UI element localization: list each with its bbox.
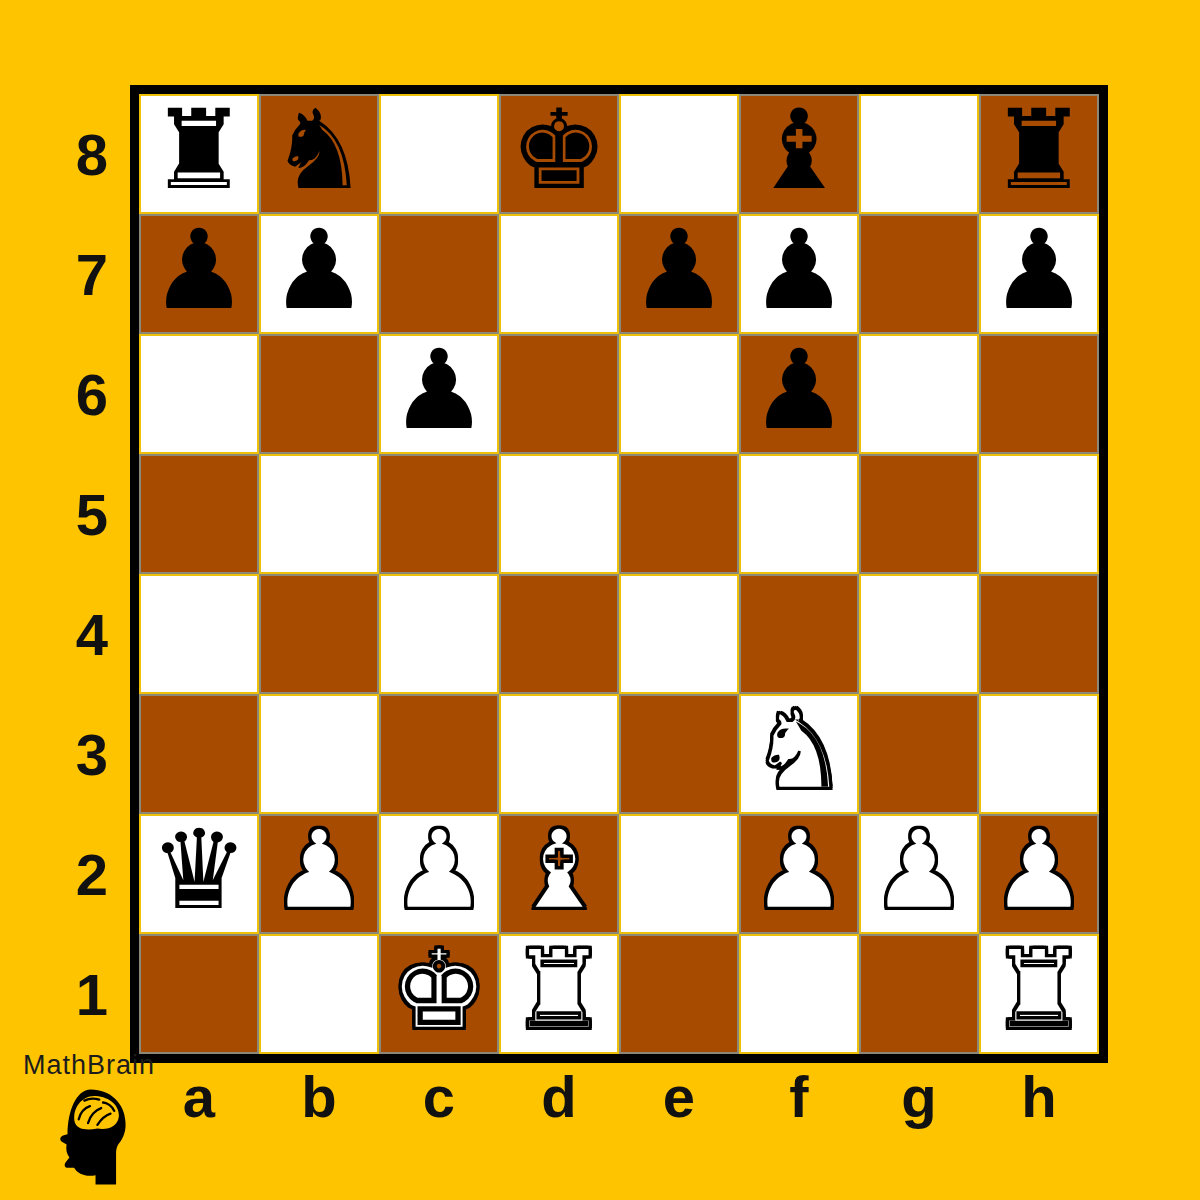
square-a5 bbox=[139, 454, 259, 574]
square-a8: ♜ bbox=[139, 94, 259, 214]
square-d5 bbox=[499, 454, 619, 574]
square-d7 bbox=[499, 214, 619, 334]
file-label-h: h bbox=[979, 1066, 1099, 1126]
square-a1 bbox=[139, 934, 259, 1054]
piece-black-pawn-h7: ♟ bbox=[990, 215, 1089, 325]
file-labels: abcdefgh bbox=[139, 1066, 1099, 1126]
square-g6 bbox=[859, 334, 979, 454]
square-d6 bbox=[499, 334, 619, 454]
square-b3 bbox=[259, 694, 379, 814]
file-label-b: b bbox=[259, 1066, 379, 1126]
square-h4 bbox=[979, 574, 1099, 694]
rank-label-6: 6 bbox=[62, 334, 122, 454]
rank-label-7: 7 bbox=[62, 214, 122, 334]
square-g1 bbox=[859, 934, 979, 1054]
rank-label-1: 1 bbox=[62, 934, 122, 1054]
piece-black-pawn-b7: ♟ bbox=[270, 215, 369, 325]
piece-black-queen-a2: ♛ bbox=[150, 815, 249, 925]
square-c5 bbox=[379, 454, 499, 574]
piece-black-knight-b8: ♞ bbox=[270, 95, 369, 205]
file-label-f: f bbox=[739, 1066, 859, 1126]
square-h1: ♜ bbox=[979, 934, 1099, 1054]
rank-label-5: 5 bbox=[62, 454, 122, 574]
square-b8: ♞ bbox=[259, 94, 379, 214]
piece-white-king-c1: ♚ bbox=[390, 935, 489, 1045]
square-e8 bbox=[619, 94, 739, 214]
square-f3: ♞ bbox=[739, 694, 859, 814]
square-f8: ♝ bbox=[739, 94, 859, 214]
square-f2: ♟ bbox=[739, 814, 859, 934]
file-label-g: g bbox=[859, 1066, 979, 1126]
piece-white-rook-d1: ♜ bbox=[510, 935, 609, 1045]
piece-black-pawn-e7: ♟ bbox=[630, 215, 729, 325]
square-c3 bbox=[379, 694, 499, 814]
square-f1 bbox=[739, 934, 859, 1054]
square-b4 bbox=[259, 574, 379, 694]
piece-black-pawn-a7: ♟ bbox=[150, 215, 249, 325]
square-h6 bbox=[979, 334, 1099, 454]
piece-black-pawn-c6: ♟ bbox=[390, 335, 489, 445]
piece-white-pawn-f2: ♟ bbox=[750, 815, 849, 925]
rank-labels: 87654321 bbox=[62, 94, 122, 1054]
mathbrain-logo-text: MathBrain bbox=[14, 1050, 164, 1081]
rank-label-8: 8 bbox=[62, 94, 122, 214]
square-g2: ♟ bbox=[859, 814, 979, 934]
square-e3 bbox=[619, 694, 739, 814]
square-d1: ♜ bbox=[499, 934, 619, 1054]
square-c4 bbox=[379, 574, 499, 694]
piece-black-king-d8: ♚ bbox=[510, 95, 609, 205]
file-label-d: d bbox=[499, 1066, 619, 1126]
square-f6: ♟ bbox=[739, 334, 859, 454]
piece-black-rook-h8: ♜ bbox=[990, 95, 1089, 205]
rank-label-3: 3 bbox=[62, 694, 122, 814]
square-e5 bbox=[619, 454, 739, 574]
piece-black-rook-a8: ♜ bbox=[150, 95, 249, 205]
square-g4 bbox=[859, 574, 979, 694]
square-h5 bbox=[979, 454, 1099, 574]
piece-white-pawn-h2: ♟ bbox=[990, 815, 1089, 925]
board-grid: ♜♞♚♝♜♟♟♟♟♟♟♟♞♛♟♟♝♟♟♟♚♜♜ bbox=[139, 94, 1099, 1054]
piece-white-knight-f3: ♞ bbox=[750, 695, 849, 805]
rank-label-4: 4 bbox=[62, 574, 122, 694]
mathbrain-head-icon bbox=[47, 1085, 131, 1189]
square-b7: ♟ bbox=[259, 214, 379, 334]
square-d8: ♚ bbox=[499, 94, 619, 214]
square-e4 bbox=[619, 574, 739, 694]
square-b1 bbox=[259, 934, 379, 1054]
square-a6 bbox=[139, 334, 259, 454]
piece-black-pawn-f7: ♟ bbox=[750, 215, 849, 325]
piece-white-rook-h1: ♜ bbox=[990, 935, 1089, 1045]
square-a2: ♛ bbox=[139, 814, 259, 934]
square-h2: ♟ bbox=[979, 814, 1099, 934]
square-c8 bbox=[379, 94, 499, 214]
square-d4 bbox=[499, 574, 619, 694]
square-g7 bbox=[859, 214, 979, 334]
piece-white-pawn-g2: ♟ bbox=[870, 815, 969, 925]
square-f7: ♟ bbox=[739, 214, 859, 334]
file-label-e: e bbox=[619, 1066, 739, 1126]
square-f4 bbox=[739, 574, 859, 694]
square-c6: ♟ bbox=[379, 334, 499, 454]
square-c1: ♚ bbox=[379, 934, 499, 1054]
square-c2: ♟ bbox=[379, 814, 499, 934]
file-label-c: c bbox=[379, 1066, 499, 1126]
square-a3 bbox=[139, 694, 259, 814]
square-g8 bbox=[859, 94, 979, 214]
piece-black-bishop-f8: ♝ bbox=[750, 95, 849, 205]
piece-white-pawn-b2: ♟ bbox=[270, 815, 369, 925]
square-h8: ♜ bbox=[979, 94, 1099, 214]
square-g5 bbox=[859, 454, 979, 574]
square-b2: ♟ bbox=[259, 814, 379, 934]
square-d3 bbox=[499, 694, 619, 814]
square-f5 bbox=[739, 454, 859, 574]
square-b5 bbox=[259, 454, 379, 574]
square-e1 bbox=[619, 934, 739, 1054]
piece-white-bishop-d2: ♝ bbox=[510, 815, 609, 925]
square-g3 bbox=[859, 694, 979, 814]
square-h3 bbox=[979, 694, 1099, 814]
square-e6 bbox=[619, 334, 739, 454]
square-a4 bbox=[139, 574, 259, 694]
square-e7: ♟ bbox=[619, 214, 739, 334]
square-c7 bbox=[379, 214, 499, 334]
mathbrain-logo: MathBrain bbox=[14, 1050, 164, 1189]
rank-label-2: 2 bbox=[62, 814, 122, 934]
piece-white-pawn-c2: ♟ bbox=[390, 815, 489, 925]
square-a7: ♟ bbox=[139, 214, 259, 334]
square-e2 bbox=[619, 814, 739, 934]
square-h7: ♟ bbox=[979, 214, 1099, 334]
square-b6 bbox=[259, 334, 379, 454]
piece-black-pawn-f6: ♟ bbox=[750, 335, 849, 445]
chess-board: ♜♞♚♝♜♟♟♟♟♟♟♟♞♛♟♟♝♟♟♟♚♜♜ bbox=[130, 85, 1108, 1063]
square-d2: ♝ bbox=[499, 814, 619, 934]
